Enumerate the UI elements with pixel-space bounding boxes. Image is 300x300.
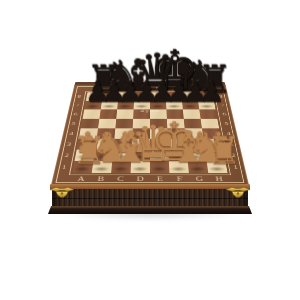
white-bishop-icon: ♝ bbox=[169, 126, 188, 169]
piece-white-knight-g1[interactable]: ♞ bbox=[188, 161, 209, 173]
white-king-icon: ♚ bbox=[150, 115, 169, 169]
brass-latch-right-icon[interactable] bbox=[225, 186, 251, 200]
piece-black-pawn-e7[interactable]: ♟ bbox=[150, 101, 166, 110]
chess-box-front bbox=[52, 189, 248, 207]
black-pawn-icon: ♟ bbox=[166, 78, 182, 106]
piece-white-queen-d1[interactable]: ♛ bbox=[131, 161, 150, 173]
piece-black-pawn-a7[interactable]: ♟ bbox=[84, 101, 102, 110]
black-pawn-icon: ♟ bbox=[117, 78, 133, 106]
piece-white-bishop-c1[interactable]: ♝ bbox=[111, 161, 131, 173]
box-base-molding bbox=[48, 206, 252, 214]
chess-set-product-photo: AABBCCDDEEFFGGHH1122334455667788 4you ♜♞… bbox=[0, 0, 300, 300]
white-rook-icon: ♜ bbox=[208, 131, 227, 169]
piece-white-knight-b1[interactable]: ♞ bbox=[92, 161, 113, 173]
black-pawn-icon: ♟ bbox=[101, 78, 117, 106]
pieces-layer: ♜♞♝♛♚♝♞♜♟♟♟♟♟♟♟♟♟♟♟♟♟♟♟♟♜♞♝♛♚♝♞♜ bbox=[52, 85, 248, 185]
piece-white-king-e1[interactable]: ♚ bbox=[150, 161, 169, 173]
board-scene: AABBCCDDEEFFGGHH1122334455667788 4you ♜♞… bbox=[0, 0, 300, 300]
piece-black-pawn-f7[interactable]: ♟ bbox=[166, 101, 183, 110]
black-pawn-icon: ♟ bbox=[134, 78, 150, 106]
piece-black-pawn-b7[interactable]: ♟ bbox=[101, 101, 118, 110]
white-rook-icon: ♜ bbox=[73, 131, 92, 169]
piece-white-rook-h1[interactable]: ♜ bbox=[207, 161, 228, 173]
white-knight-icon: ♞ bbox=[188, 128, 207, 169]
white-knight-icon: ♞ bbox=[92, 128, 111, 169]
black-pawn-icon: ♟ bbox=[150, 78, 166, 106]
piece-black-pawn-h7[interactable]: ♟ bbox=[198, 101, 216, 110]
brass-latch-left-icon[interactable] bbox=[49, 186, 75, 200]
piece-black-pawn-c7[interactable]: ♟ bbox=[117, 101, 134, 110]
black-pawn-icon: ♟ bbox=[183, 78, 199, 106]
piece-white-rook-a1[interactable]: ♜ bbox=[72, 161, 93, 173]
piece-white-bishop-f1[interactable]: ♝ bbox=[169, 161, 189, 173]
black-pawn-icon: ♟ bbox=[85, 78, 101, 106]
piece-black-pawn-d7[interactable]: ♟ bbox=[134, 101, 150, 110]
piece-black-pawn-g7[interactable]: ♟ bbox=[182, 101, 199, 110]
black-pawn-icon: ♟ bbox=[199, 78, 215, 106]
white-queen-icon: ♛ bbox=[131, 119, 150, 169]
chess-board: AABBCCDDEEFFGGHH1122334455667788 4you ♜♞… bbox=[52, 85, 248, 185]
white-bishop-icon: ♝ bbox=[112, 126, 131, 169]
